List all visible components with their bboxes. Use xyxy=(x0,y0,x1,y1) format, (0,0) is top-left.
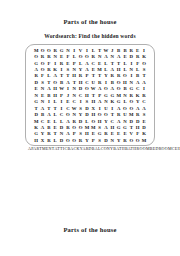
word-item: BEDROOM xyxy=(150,146,172,152)
word-item: BATH xyxy=(113,146,125,152)
page-subtitle: Wordsearch: Find the hidden words xyxy=(0,33,180,39)
grid-cell-r15c18: M xyxy=(141,137,147,143)
wordsearch-grid: MOORGNIVILTWJBBREIORRNEFLOORNANAEDRKGOFI… xyxy=(33,47,147,144)
word-item: APARTMENT xyxy=(28,146,55,152)
word-item: BALCONY xyxy=(92,146,113,152)
footer-title: Parts of the house xyxy=(0,226,180,233)
word-item: BACKYARD xyxy=(67,146,91,152)
wordsearch-border-box: MOORGNIVILTWJBBREIORRNEFLOORNANAEDRKGOFI… xyxy=(25,44,155,146)
word-list: APARTMENTATTICBACKYARDBALCONYBATHBATHROO… xyxy=(28,146,152,152)
word-item: CEILING xyxy=(172,146,180,152)
worksheet-page: Parts of the house Wordsearch: Find the … xyxy=(0,0,180,256)
page-title: Parts of the house xyxy=(0,18,180,25)
word-item: ATTIC xyxy=(55,146,68,152)
word-item: BATHROOM xyxy=(125,146,150,152)
